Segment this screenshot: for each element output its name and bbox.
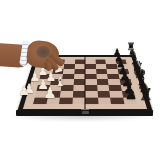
- board-hinge: [84, 55, 86, 112]
- black-rook: ♜: [139, 87, 153, 103]
- square: [85, 97, 98, 104]
- white-pawn: ♟: [43, 86, 56, 101]
- chess-product-photo: ♜♞♝♛♚♝♞♜♟♟♟♟♟♟♟♟♟♟♟♝♟♟♟♟♟: [0, 0, 160, 160]
- square: [98, 97, 111, 104]
- white-pawn: ♟: [18, 84, 30, 97]
- black-pawn: ♟: [125, 87, 138, 101]
- board-latch: [82, 111, 89, 114]
- board-side-edge: [16, 110, 153, 116]
- square: [59, 97, 72, 104]
